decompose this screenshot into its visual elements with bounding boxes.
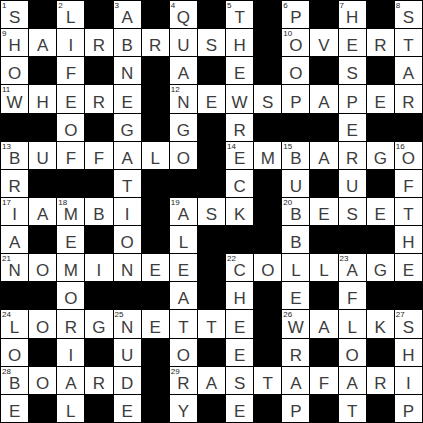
black-cell xyxy=(367,170,394,197)
grid-cell[interactable]: T xyxy=(114,170,141,197)
cell-letter: E xyxy=(226,347,253,364)
grid-cell[interactable]: O xyxy=(29,367,56,394)
grid-cell[interactable]: S xyxy=(339,198,366,225)
grid-cell[interactable]: 3A xyxy=(114,1,141,28)
grid-cell[interactable]: T xyxy=(170,310,197,337)
cell-letter: E xyxy=(114,94,141,111)
grid-cell[interactable]: M xyxy=(254,142,281,169)
black-cell xyxy=(142,367,169,394)
grid-cell[interactable]: W xyxy=(226,85,253,112)
cell-letter: A xyxy=(114,9,141,26)
grid-cell[interactable]: 9H xyxy=(1,29,28,56)
black-cell xyxy=(170,170,197,197)
black-cell xyxy=(198,339,225,366)
grid-cell[interactable]: A xyxy=(170,57,197,84)
cell-letter: S xyxy=(395,9,422,26)
grid-cell[interactable]: O xyxy=(29,310,56,337)
grid-cell[interactable]: 1S xyxy=(1,1,28,28)
grid-cell[interactable]: R xyxy=(282,339,309,366)
black-cell xyxy=(367,114,394,141)
grid-cell[interactable]: A xyxy=(198,367,225,394)
black-cell xyxy=(226,226,253,253)
cell-letter: E xyxy=(142,262,169,279)
grid-cell[interactable]: E xyxy=(226,57,253,84)
black-cell xyxy=(310,282,337,309)
grid-cell[interactable]: O xyxy=(170,339,197,366)
cell-letter: S xyxy=(339,206,366,223)
grid-cell[interactable]: G xyxy=(170,114,197,141)
grid-cell[interactable]: E xyxy=(114,85,141,112)
cell-letter: A xyxy=(170,65,197,82)
cell-letter: O xyxy=(282,65,309,82)
grid-cell[interactable]: F xyxy=(57,142,84,169)
grid-cell[interactable]: G xyxy=(114,114,141,141)
grid-cell[interactable]: 22C xyxy=(226,254,253,281)
grid-cell[interactable]: S xyxy=(226,367,253,394)
grid-cell[interactable]: O xyxy=(1,57,28,84)
grid-cell[interactable]: U xyxy=(339,170,366,197)
black-cell xyxy=(142,226,169,253)
grid-cell[interactable]: A xyxy=(114,142,141,169)
cell-letter: F xyxy=(57,150,84,167)
cell-letter: L xyxy=(170,234,197,251)
grid-cell[interactable]: R xyxy=(142,29,169,56)
black-cell xyxy=(29,395,56,422)
cell-letter: G xyxy=(367,150,394,167)
cell-letter: B xyxy=(282,206,309,223)
grid-cell[interactable]: O xyxy=(1,339,28,366)
cell-letter: E xyxy=(226,403,253,420)
grid-cell[interactable]: F xyxy=(85,142,112,169)
cell-letter: W xyxy=(226,94,253,111)
grid-cell[interactable]: 26W xyxy=(282,310,309,337)
grid-cell[interactable]: E xyxy=(395,254,422,281)
black-cell xyxy=(282,114,309,141)
grid-cell[interactable]: B xyxy=(85,198,112,225)
cell-letter: R xyxy=(85,375,112,392)
cell-letter: E xyxy=(310,206,337,223)
grid-cell[interactable]: A xyxy=(29,29,56,56)
grid-cell[interactable]: O xyxy=(254,254,281,281)
grid-cell[interactable]: 21N xyxy=(1,254,28,281)
grid-cell[interactable]: A xyxy=(1,226,28,253)
black-cell xyxy=(310,114,337,141)
grid-cell[interactable]: L xyxy=(282,254,309,281)
cell-letter: E xyxy=(142,319,169,336)
grid-cell[interactable]: E xyxy=(339,114,366,141)
cell-letter: B xyxy=(85,206,112,223)
cell-letter: D xyxy=(114,375,141,392)
grid-cell[interactable]: 5T xyxy=(226,1,253,28)
grid-cell[interactable]: I xyxy=(57,339,84,366)
cell-letter: R xyxy=(226,122,253,139)
grid-cell[interactable]: E xyxy=(198,85,225,112)
grid-cell[interactable]: I xyxy=(85,254,112,281)
grid-cell[interactable]: L xyxy=(142,142,169,169)
grid-cell[interactable]: C xyxy=(226,170,253,197)
black-cell xyxy=(198,57,225,84)
cell-letter: C xyxy=(226,178,253,195)
grid-cell[interactable]: 20B xyxy=(282,198,309,225)
grid-cell[interactable]: 18M xyxy=(57,198,84,225)
grid-cell[interactable]: S xyxy=(198,198,225,225)
cell-letter: A xyxy=(170,290,197,307)
cell-letter: O xyxy=(57,122,84,139)
cell-letter: O xyxy=(57,290,84,307)
grid-cell[interactable]: E xyxy=(142,310,169,337)
black-cell xyxy=(254,114,281,141)
grid-cell[interactable]: H xyxy=(226,29,253,56)
grid-cell[interactable]: 14E xyxy=(226,142,253,169)
cell-letter: O xyxy=(29,375,56,392)
cell-letter: I xyxy=(85,262,112,279)
cell-letter: R xyxy=(57,319,84,336)
grid-cell[interactable]: S xyxy=(339,57,366,84)
grid-cell[interactable]: 13B xyxy=(1,142,28,169)
grid-cell[interactable]: E xyxy=(367,85,394,112)
cell-letter: N xyxy=(114,65,141,82)
grid-cell[interactable]: U xyxy=(170,29,197,56)
black-cell xyxy=(142,282,169,309)
cell-letter: P xyxy=(395,403,422,420)
grid-cell[interactable]: G xyxy=(367,142,394,169)
grid-cell[interactable]: U xyxy=(282,170,309,197)
grid-cell[interactable]: 4Q xyxy=(170,1,197,28)
black-cell xyxy=(367,339,394,366)
grid-cell[interactable]: O xyxy=(339,339,366,366)
black-cell xyxy=(142,114,169,141)
grid-cell[interactable]: 28B xyxy=(1,367,28,394)
cell-letter: A xyxy=(170,206,197,223)
cell-letter: E xyxy=(57,94,84,111)
grid-cell[interactable]: K xyxy=(226,198,253,225)
cell-letter: B xyxy=(1,150,28,167)
cell-letter: O xyxy=(170,347,197,364)
cell-letter: O xyxy=(114,234,141,251)
grid-cell[interactable]: F xyxy=(310,367,337,394)
grid-cell[interactable]: B xyxy=(114,29,141,56)
grid-cell[interactable]: 24L xyxy=(1,310,28,337)
black-cell xyxy=(29,170,56,197)
black-cell xyxy=(254,57,281,84)
black-cell xyxy=(198,142,225,169)
grid-cell[interactable]: R xyxy=(1,170,28,197)
cell-letter: O xyxy=(282,37,309,54)
grid-cell[interactable]: E xyxy=(142,254,169,281)
black-cell xyxy=(142,57,169,84)
cell-letter: R xyxy=(85,94,112,111)
black-cell xyxy=(367,57,394,84)
grid-cell[interactable]: F xyxy=(395,170,422,197)
cell-letter: E xyxy=(1,403,28,420)
cell-letter: E xyxy=(339,122,366,139)
grid-cell[interactable]: O xyxy=(57,282,84,309)
cell-letter: O xyxy=(170,150,197,167)
cell-letter: O xyxy=(29,262,56,279)
black-cell xyxy=(85,282,112,309)
cell-letter: U xyxy=(29,150,56,167)
cell-letter: E xyxy=(395,262,422,279)
grid-cell[interactable]: R xyxy=(85,29,112,56)
cell-letter: T xyxy=(395,206,422,223)
black-cell xyxy=(198,254,225,281)
cell-letter: T xyxy=(114,178,141,195)
cell-letter: F xyxy=(339,290,366,307)
grid-cell[interactable]: 27S xyxy=(395,310,422,337)
black-cell xyxy=(29,339,56,366)
cell-letter: O xyxy=(1,65,28,82)
cell-letter: A xyxy=(339,375,366,392)
grid-cell[interactable]: 2L xyxy=(57,1,84,28)
grid-cell[interactable]: F xyxy=(339,282,366,309)
black-cell xyxy=(198,1,225,28)
cell-letter: B xyxy=(282,234,309,251)
black-cell xyxy=(142,395,169,422)
grid-cell[interactable]: R xyxy=(339,142,366,169)
cell-letter: I xyxy=(1,206,28,223)
grid-cell[interactable]: 25N xyxy=(114,310,141,337)
black-cell xyxy=(395,114,422,141)
grid-cell[interactable]: I xyxy=(114,198,141,225)
grid-cell[interactable]: R xyxy=(57,310,84,337)
grid-cell[interactable]: 15B xyxy=(282,142,309,169)
grid-cell[interactable]: 16O xyxy=(395,142,422,169)
black-cell xyxy=(254,226,281,253)
cell-letter: E xyxy=(57,234,84,251)
grid-cell[interactable]: O xyxy=(29,254,56,281)
grid-cell[interactable]: I xyxy=(395,367,422,394)
cell-letter: W xyxy=(1,94,28,111)
grid-cell[interactable]: R xyxy=(395,85,422,112)
grid-cell[interactable]: 7H xyxy=(339,1,366,28)
grid-cell[interactable]: T xyxy=(254,367,281,394)
grid-cell[interactable]: A xyxy=(395,57,422,84)
cell-letter: U xyxy=(170,37,197,54)
cell-letter: P xyxy=(339,94,366,111)
cell-letter: S xyxy=(395,319,422,336)
cell-letter: R xyxy=(339,150,366,167)
cell-letter: O xyxy=(395,150,422,167)
grid-cell[interactable]: E xyxy=(367,198,394,225)
grid-cell[interactable]: I xyxy=(57,29,84,56)
cell-letter: O xyxy=(254,262,281,279)
grid-cell[interactable]: E xyxy=(57,85,84,112)
grid-cell[interactable]: A xyxy=(310,142,337,169)
grid-cell[interactable]: 12N xyxy=(170,85,197,112)
grid-cell[interactable]: E xyxy=(170,254,197,281)
grid-cell[interactable]: A xyxy=(57,367,84,394)
grid-cell[interactable]: A xyxy=(170,282,197,309)
cell-letter: I xyxy=(395,375,422,392)
cell-letter: E xyxy=(226,65,253,82)
grid-cell[interactable]: A xyxy=(339,367,366,394)
grid-cell[interactable]: R xyxy=(85,85,112,112)
cell-letter: Y xyxy=(170,403,197,420)
black-cell xyxy=(85,395,112,422)
cell-letter: A xyxy=(29,37,56,54)
cell-letter: N xyxy=(1,262,28,279)
black-cell xyxy=(254,198,281,225)
grid-cell[interactable]: A xyxy=(310,85,337,112)
cell-letter: V xyxy=(310,37,337,54)
cell-letter: C xyxy=(226,262,253,279)
black-cell xyxy=(29,282,56,309)
black-cell xyxy=(310,395,337,422)
black-cell xyxy=(310,170,337,197)
grid-cell[interactable]: 6P xyxy=(282,1,309,28)
cell-letter: L xyxy=(142,150,169,167)
cell-letter: I xyxy=(114,206,141,223)
cell-letter: P xyxy=(282,9,309,26)
grid-cell[interactable]: Y xyxy=(170,395,197,422)
black-cell xyxy=(198,226,225,253)
cell-letter: E xyxy=(114,403,141,420)
cell-letter: G xyxy=(170,122,197,139)
cell-letter: S xyxy=(1,9,28,26)
grid-cell[interactable]: E xyxy=(226,395,253,422)
grid-cell[interactable]: K xyxy=(367,310,394,337)
cell-letter: M xyxy=(57,206,84,223)
grid-cell[interactable]: R xyxy=(367,367,394,394)
grid-cell[interactable]: E xyxy=(310,198,337,225)
grid-cell[interactable]: 29R xyxy=(170,367,197,394)
cell-letter: E xyxy=(367,94,394,111)
grid-cell[interactable]: O xyxy=(57,114,84,141)
grid-cell[interactable]: S xyxy=(198,29,225,56)
grid-cell[interactable]: 8S xyxy=(395,1,422,28)
grid-cell[interactable]: T xyxy=(395,198,422,225)
grid-cell[interactable]: O xyxy=(282,57,309,84)
black-cell xyxy=(57,170,84,197)
cell-letter: A xyxy=(29,206,56,223)
cell-letter: N xyxy=(114,262,141,279)
cell-letter: F xyxy=(57,65,84,82)
grid-cell[interactable]: E xyxy=(57,226,84,253)
cell-letter: G xyxy=(114,122,141,139)
black-cell xyxy=(114,282,141,309)
grid-cell[interactable]: L xyxy=(310,254,337,281)
grid-cell[interactable]: N xyxy=(114,57,141,84)
black-cell xyxy=(85,1,112,28)
cell-letter: E xyxy=(367,206,394,223)
black-cell xyxy=(142,1,169,28)
grid-cell[interactable]: T xyxy=(198,310,225,337)
black-cell xyxy=(367,282,394,309)
black-cell xyxy=(254,29,281,56)
grid-cell[interactable]: U xyxy=(29,142,56,169)
cell-letter: L xyxy=(1,319,28,336)
cell-letter: H xyxy=(395,347,422,364)
black-cell xyxy=(29,226,56,253)
black-cell xyxy=(310,339,337,366)
grid-cell[interactable]: T xyxy=(395,29,422,56)
grid-cell[interactable]: E xyxy=(339,29,366,56)
grid-cell[interactable]: O xyxy=(114,226,141,253)
grid-cell[interactable]: E xyxy=(114,395,141,422)
grid-cell[interactable]: H xyxy=(29,85,56,112)
grid-cell[interactable]: R xyxy=(85,367,112,394)
grid-cell[interactable]: N xyxy=(114,254,141,281)
grid-cell[interactable]: E xyxy=(1,395,28,422)
grid-cell[interactable]: H xyxy=(226,282,253,309)
grid-cell[interactable]: P xyxy=(395,395,422,422)
grid-cell[interactable]: R xyxy=(226,114,253,141)
black-cell xyxy=(142,85,169,112)
grid-cell[interactable]: P xyxy=(282,395,309,422)
grid-cell[interactable]: A xyxy=(310,310,337,337)
black-cell xyxy=(85,339,112,366)
black-cell xyxy=(85,114,112,141)
grid-cell[interactable]: P xyxy=(339,85,366,112)
cell-letter: S xyxy=(198,206,225,223)
grid-cell[interactable]: B xyxy=(282,226,309,253)
grid-cell[interactable]: E xyxy=(226,339,253,366)
grid-cell[interactable]: 11W xyxy=(1,85,28,112)
grid-cell[interactable]: O xyxy=(170,142,197,169)
grid-cell[interactable]: 23A xyxy=(339,254,366,281)
black-cell xyxy=(254,310,281,337)
cell-letter: I xyxy=(57,347,84,364)
grid-cell[interactable]: V xyxy=(310,29,337,56)
grid-cell[interactable]: L xyxy=(339,310,366,337)
grid-cell[interactable]: S xyxy=(254,85,281,112)
black-cell xyxy=(198,282,225,309)
grid-cell[interactable]: H xyxy=(395,226,422,253)
black-cell xyxy=(85,226,112,253)
grid-cell[interactable]: 19A xyxy=(170,198,197,225)
cell-letter: K xyxy=(367,319,394,336)
grid-cell[interactable]: H xyxy=(395,339,422,366)
cell-letter: O xyxy=(29,319,56,336)
cell-letter: G xyxy=(85,319,112,336)
black-cell xyxy=(254,170,281,197)
cell-letter: A xyxy=(310,94,337,111)
cell-letter: R xyxy=(142,37,169,54)
grid-cell[interactable]: T xyxy=(339,395,366,422)
grid-cell[interactable]: A xyxy=(282,367,309,394)
cell-letter: P xyxy=(282,94,309,111)
grid-cell[interactable]: G xyxy=(367,254,394,281)
black-cell xyxy=(310,1,337,28)
cell-letter: F xyxy=(395,178,422,195)
black-cell xyxy=(85,170,112,197)
cell-letter: P xyxy=(282,403,309,420)
cell-letter: K xyxy=(226,206,253,223)
grid-cell[interactable]: M xyxy=(57,254,84,281)
cell-letter: L xyxy=(282,262,309,279)
cell-letter: S xyxy=(339,65,366,82)
grid-cell[interactable]: E xyxy=(282,282,309,309)
black-cell xyxy=(367,395,394,422)
cell-letter: H xyxy=(226,37,253,54)
grid-cell[interactable]: R xyxy=(367,29,394,56)
grid-cell[interactable]: L xyxy=(57,395,84,422)
cell-letter: L xyxy=(57,403,84,420)
grid-cell[interactable]: 17I xyxy=(1,198,28,225)
grid-cell[interactable]: U xyxy=(114,339,141,366)
grid-cell[interactable]: P xyxy=(282,85,309,112)
grid-cell[interactable]: E xyxy=(226,310,253,337)
grid-cell[interactable]: 10O xyxy=(282,29,309,56)
grid-cell[interactable]: D xyxy=(114,367,141,394)
grid-cell[interactable]: G xyxy=(85,310,112,337)
black-cell xyxy=(339,226,366,253)
grid-cell[interactable]: L xyxy=(170,226,197,253)
cell-letter: A xyxy=(1,234,28,251)
cell-letter: R xyxy=(367,375,394,392)
grid-cell[interactable]: A xyxy=(29,198,56,225)
grid-cell[interactable]: F xyxy=(57,57,84,84)
